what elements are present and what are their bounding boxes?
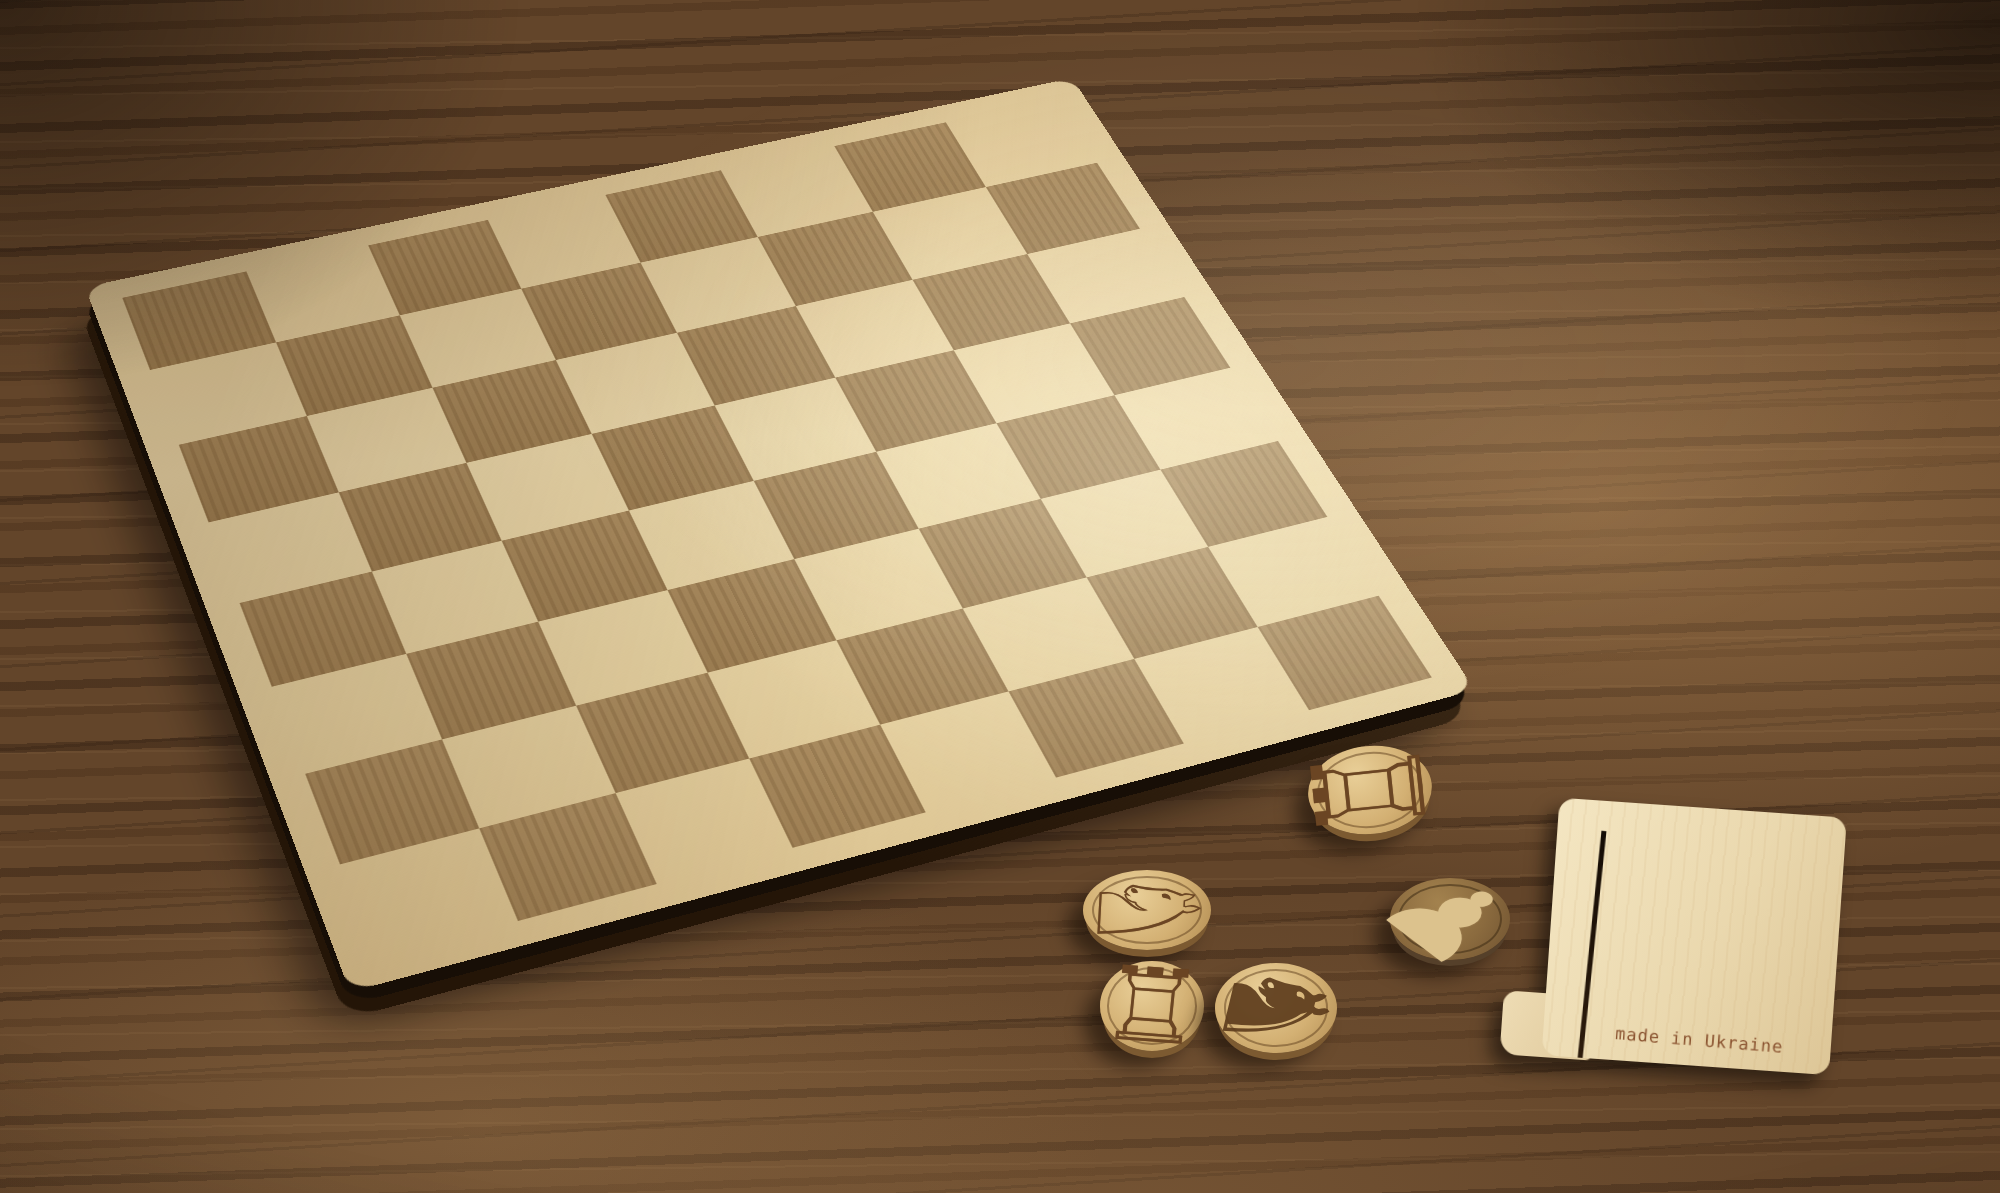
stand-tag-slit bbox=[1577, 831, 1607, 1066]
scene: ♖♘♖♞♟ made in Ukraine bbox=[0, 0, 2000, 1193]
stand-tag-face: made in Ukraine bbox=[1542, 798, 1847, 1075]
stand-tag: made in Ukraine bbox=[1495, 786, 1854, 1091]
made-in-ukraine-label: made in Ukraine bbox=[1615, 1025, 1784, 1055]
